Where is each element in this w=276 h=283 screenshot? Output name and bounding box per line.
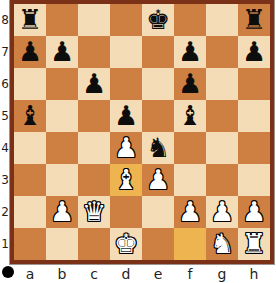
rank-labels: 87654321 <box>0 4 10 260</box>
piece-white-pawn-e3[interactable]: ♟ <box>146 166 170 193</box>
piece-black-rook-h8[interactable]: ♜ <box>242 6 266 33</box>
square-f2[interactable]: ♟ <box>174 196 206 228</box>
file-label-e: e <box>142 265 174 283</box>
square-g8[interactable] <box>206 4 238 36</box>
piece-black-pawn-c6[interactable]: ♟ <box>82 70 106 97</box>
square-g6[interactable] <box>206 68 238 100</box>
square-c1[interactable] <box>78 228 110 260</box>
square-b2[interactable]: ♟ <box>46 196 78 228</box>
square-e5[interactable] <box>142 100 174 132</box>
square-b4[interactable] <box>46 132 78 164</box>
file-labels: abcdefgh <box>14 265 270 283</box>
square-f6[interactable]: ♟ <box>174 68 206 100</box>
file-label-a: a <box>14 265 46 283</box>
square-f8[interactable] <box>174 4 206 36</box>
square-c2[interactable]: ♛ <box>78 196 110 228</box>
square-g1[interactable]: ♞ <box>206 228 238 260</box>
rank-label-7: 7 <box>0 36 10 68</box>
square-b1[interactable] <box>46 228 78 260</box>
chess-board: ♜♚♜♟♟♟♟♟♟♝♟♝♟♞♝♟♟♛♟♟♟♚♞♜ <box>14 4 270 260</box>
square-d1[interactable]: ♚ <box>110 228 142 260</box>
square-h2[interactable]: ♟ <box>238 196 270 228</box>
piece-white-pawn-b2[interactable]: ♟ <box>50 198 74 225</box>
piece-black-pawn-a7[interactable]: ♟ <box>18 38 42 65</box>
square-f3[interactable] <box>174 164 206 196</box>
rank-label-4: 4 <box>0 132 10 164</box>
square-c8[interactable] <box>78 4 110 36</box>
square-f7[interactable]: ♟ <box>174 36 206 68</box>
square-h3[interactable] <box>238 164 270 196</box>
square-h8[interactable]: ♜ <box>238 4 270 36</box>
square-g3[interactable] <box>206 164 238 196</box>
square-b8[interactable] <box>46 4 78 36</box>
square-g5[interactable] <box>206 100 238 132</box>
square-g7[interactable] <box>206 36 238 68</box>
square-c4[interactable] <box>78 132 110 164</box>
file-label-h: h <box>238 265 270 283</box>
piece-black-bishop-f5[interactable]: ♝ <box>178 102 202 129</box>
rank-label-2: 2 <box>0 196 10 228</box>
board-frame: ♜♚♜♟♟♟♟♟♟♝♟♝♟♞♝♟♟♛♟♟♟♚♞♜ <box>10 0 274 264</box>
piece-white-pawn-g2[interactable]: ♟ <box>210 198 234 225</box>
square-e3[interactable]: ♟ <box>142 164 174 196</box>
piece-white-rook-h1[interactable]: ♜ <box>242 230 266 257</box>
piece-black-pawn-h7[interactable]: ♟ <box>242 38 266 65</box>
square-d5[interactable]: ♟ <box>110 100 142 132</box>
piece-white-pawn-h2[interactable]: ♟ <box>242 198 266 225</box>
file-label-c: c <box>78 265 110 283</box>
square-c6[interactable]: ♟ <box>78 68 110 100</box>
square-c3[interactable] <box>78 164 110 196</box>
file-label-b: b <box>46 265 78 283</box>
file-label-g: g <box>206 265 238 283</box>
square-a4[interactable] <box>14 132 46 164</box>
piece-black-pawn-d5[interactable]: ♟ <box>114 102 138 129</box>
rank-label-6: 6 <box>0 68 10 100</box>
piece-black-pawn-f6[interactable]: ♟ <box>178 70 202 97</box>
piece-white-bishop-d3[interactable]: ♝ <box>114 166 138 193</box>
rank-label-1: 1 <box>0 228 10 260</box>
square-b6[interactable] <box>46 68 78 100</box>
rank-label-8: 8 <box>0 4 10 36</box>
square-e4[interactable]: ♞ <box>142 132 174 164</box>
square-f5[interactable]: ♝ <box>174 100 206 132</box>
square-e1[interactable] <box>142 228 174 260</box>
piece-white-pawn-f2[interactable]: ♟ <box>178 198 202 225</box>
square-e6[interactable] <box>142 68 174 100</box>
black-to-move-indicator <box>2 266 14 278</box>
square-h1[interactable]: ♜ <box>238 228 270 260</box>
piece-black-king-e8[interactable]: ♚ <box>146 6 170 33</box>
rank-label-3: 3 <box>0 164 10 196</box>
piece-black-pawn-b7[interactable]: ♟ <box>50 38 74 65</box>
square-h4[interactable] <box>238 132 270 164</box>
square-a7[interactable]: ♟ <box>14 36 46 68</box>
rank-label-5: 5 <box>0 100 10 132</box>
square-a6[interactable] <box>14 68 46 100</box>
square-c5[interactable] <box>78 100 110 132</box>
square-e7[interactable] <box>142 36 174 68</box>
square-e2[interactable] <box>142 196 174 228</box>
chess-diagram: 87654321 ♜♚♜♟♟♟♟♟♟♝♟♝♟♞♝♟♟♛♟♟♟♚♞♜ abcdef… <box>0 0 276 283</box>
square-e8[interactable]: ♚ <box>142 4 174 36</box>
square-a8[interactable]: ♜ <box>14 4 46 36</box>
square-a1[interactable] <box>14 228 46 260</box>
piece-white-pawn-d4[interactable]: ♟ <box>114 134 138 161</box>
square-d2[interactable] <box>110 196 142 228</box>
piece-black-rook-a8[interactable]: ♜ <box>18 6 42 33</box>
piece-black-bishop-a5[interactable]: ♝ <box>18 102 42 129</box>
file-label-f: f <box>174 265 206 283</box>
square-h5[interactable] <box>238 100 270 132</box>
square-d3[interactable]: ♝ <box>110 164 142 196</box>
square-d6[interactable] <box>110 68 142 100</box>
square-c7[interactable] <box>78 36 110 68</box>
square-a5[interactable]: ♝ <box>14 100 46 132</box>
piece-black-pawn-f7[interactable]: ♟ <box>178 38 202 65</box>
square-b5[interactable] <box>46 100 78 132</box>
square-b3[interactable] <box>46 164 78 196</box>
square-g2[interactable]: ♟ <box>206 196 238 228</box>
square-d8[interactable] <box>110 4 142 36</box>
square-f4[interactable] <box>174 132 206 164</box>
square-b7[interactable]: ♟ <box>46 36 78 68</box>
square-h6[interactable] <box>238 68 270 100</box>
square-a2[interactable] <box>14 196 46 228</box>
file-label-d: d <box>110 265 142 283</box>
square-d4[interactable]: ♟ <box>110 132 142 164</box>
piece-black-knight-e4[interactable]: ♞ <box>146 134 170 161</box>
piece-white-queen-c2[interactable]: ♛ <box>82 198 106 225</box>
piece-white-knight-g1[interactable]: ♞ <box>210 230 234 257</box>
piece-white-king-d1[interactable]: ♚ <box>114 230 138 257</box>
square-d7[interactable] <box>110 36 142 68</box>
square-h7[interactable]: ♟ <box>238 36 270 68</box>
square-f1[interactable] <box>174 228 206 260</box>
square-a3[interactable] <box>14 164 46 196</box>
square-g4[interactable] <box>206 132 238 164</box>
